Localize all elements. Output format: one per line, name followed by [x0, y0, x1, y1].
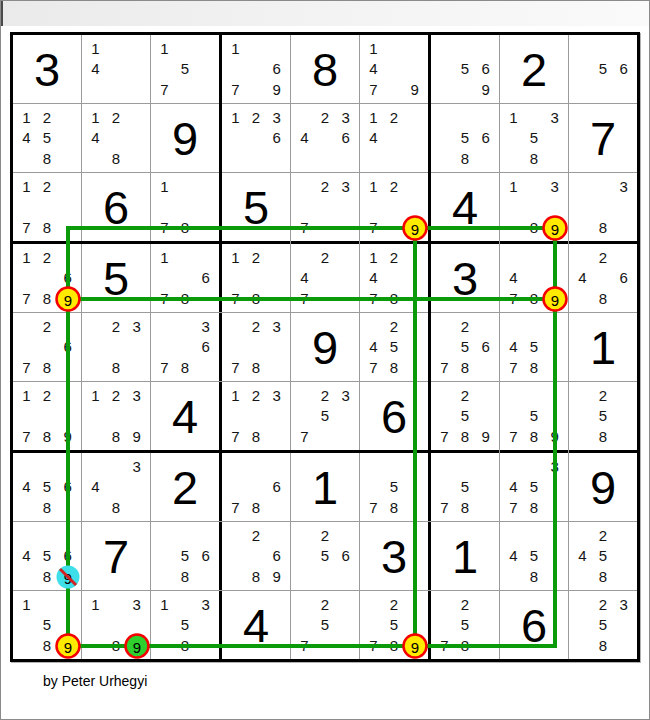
- candidate-3: 3: [126, 385, 147, 406]
- candidate-8: 8: [37, 288, 58, 309]
- cell-r8c6[interactable]: 3: [360, 522, 428, 590]
- cell-r3c5[interactable]: 237: [291, 173, 359, 241]
- candidate-grid: 1479: [360, 35, 428, 103]
- candidate-6: 6: [266, 546, 287, 567]
- candidate-9: 9: [544, 288, 565, 309]
- cell-r1c3[interactable]: 157: [151, 35, 219, 103]
- candidate-2: 2: [384, 176, 405, 197]
- cell-r2c4[interactable]: 1236: [222, 104, 290, 172]
- candidate-4: 4: [85, 128, 106, 149]
- cell-value: 2: [151, 453, 219, 521]
- candidate-5: 5: [593, 546, 614, 567]
- cell-value: 1: [569, 313, 637, 381]
- candidate-5: 5: [593, 615, 614, 636]
- cell-r1c9[interactable]: 56: [569, 35, 637, 103]
- candidate-2: 2: [246, 107, 267, 128]
- cell-r5c6[interactable]: 24578: [360, 313, 428, 381]
- cell-r6c4[interactable]: 12378: [222, 382, 290, 450]
- candidate-8: 8: [524, 288, 545, 309]
- candidate-9: 9: [266, 79, 287, 100]
- candidate-2: 2: [593, 247, 614, 268]
- candidate-5: 5: [524, 477, 545, 498]
- candidate-5: 5: [37, 477, 58, 498]
- cell-r5c7[interactable]: 25678: [431, 313, 499, 381]
- candidate-5: 5: [455, 128, 476, 149]
- candidate-grid: 34578: [500, 453, 568, 521]
- cell-r6c1[interactable]: 12789: [13, 382, 81, 450]
- candidate-grid: 1248: [82, 104, 150, 172]
- candidate-2: 2: [106, 385, 127, 406]
- candidate-8: 8: [37, 148, 58, 169]
- cell-r5c1[interactable]: 2678: [13, 313, 81, 381]
- cell-r3c4[interactable]: 5: [222, 173, 290, 241]
- candidate-grid: 1589: [13, 591, 81, 659]
- cell-r6c6[interactable]: 6: [360, 382, 428, 450]
- cell-r6c9[interactable]: 258: [569, 382, 637, 450]
- candidate-3: 3: [266, 316, 287, 337]
- candidate-1: 1: [225, 385, 246, 406]
- candidate-grid: 2357: [291, 382, 359, 450]
- candidate-9: 9: [475, 79, 496, 100]
- candidate-9: 9: [404, 217, 425, 238]
- candidate-grid: 458: [500, 522, 568, 590]
- candidate-grid: 45689: [13, 522, 81, 590]
- candidate-grid: 2578: [431, 591, 499, 659]
- cell-r3c1[interactable]: 1278: [13, 173, 81, 241]
- cell-r1c4[interactable]: 1679: [222, 35, 290, 103]
- candidate-grid: 2458: [569, 522, 637, 590]
- candidate-8: 8: [455, 497, 476, 518]
- cell-r7c2[interactable]: 348: [82, 453, 150, 521]
- cell-r5c5[interactable]: 9: [291, 313, 359, 381]
- cell-value: 5: [222, 173, 290, 241]
- candidate-8: 8: [175, 217, 196, 238]
- candidate-grid: 56: [569, 35, 637, 103]
- candidate-5: 5: [175, 59, 196, 80]
- cell-r6c8[interactable]: 5789: [500, 382, 568, 450]
- candidate-7: 7: [363, 79, 384, 100]
- candidate-grid: 12789: [13, 382, 81, 450]
- candidate-5: 5: [455, 59, 476, 80]
- candidate-grid: 1236: [222, 104, 290, 172]
- candidate-3: 3: [195, 316, 216, 337]
- candidate-7: 7: [503, 288, 524, 309]
- cell-value: 6: [360, 382, 428, 450]
- candidate-grid: 12389: [82, 382, 150, 450]
- candidate-7: 7: [503, 497, 524, 518]
- candidate-4: 4: [16, 128, 37, 149]
- candidate-7: 7: [16, 357, 37, 378]
- cell-r4c4[interactable]: 1278: [222, 244, 290, 312]
- cell-value: 3: [431, 244, 499, 312]
- candidate-2: 2: [593, 385, 614, 406]
- candidate-grid: 1389: [82, 591, 150, 659]
- candidate-1: 1: [16, 385, 37, 406]
- candidate-8: 8: [37, 357, 58, 378]
- cell-value: 9: [291, 313, 359, 381]
- cell-r3c6[interactable]: 1279: [360, 173, 428, 241]
- candidate-8: 8: [593, 566, 614, 587]
- candidate-8: 8: [455, 426, 476, 447]
- candidate-4: 4: [503, 268, 524, 289]
- candidate-6: 6: [335, 546, 356, 567]
- cell-r7c7[interactable]: 578: [431, 453, 499, 521]
- candidate-6: 6: [266, 128, 287, 149]
- candidate-grid: 38: [569, 173, 637, 241]
- candidate-7: 7: [363, 357, 384, 378]
- candidate-7: 7: [225, 357, 246, 378]
- candidate-3: 3: [266, 385, 287, 406]
- cell-r7c3[interactable]: 2: [151, 453, 219, 521]
- candidate-5: 5: [455, 337, 476, 358]
- candidate-6: 6: [195, 268, 216, 289]
- candidate-grid: 3678: [151, 313, 219, 381]
- cell-r8c3[interactable]: 568: [151, 522, 219, 590]
- candidate-7: 7: [225, 288, 246, 309]
- candidate-grid: 238: [82, 313, 150, 381]
- cell-r6c2[interactable]: 12389: [82, 382, 150, 450]
- candidate-7: 7: [225, 426, 246, 447]
- cell-r5c3[interactable]: 3678: [151, 313, 219, 381]
- candidate-grid: 12478: [360, 244, 428, 312]
- cell-r9c2[interactable]: 1389: [82, 591, 150, 659]
- candidate-7: 7: [16, 426, 37, 447]
- cell-r9c8[interactable]: 6: [500, 591, 568, 659]
- candidate-1: 1: [363, 176, 384, 197]
- candidate-5: 5: [524, 406, 545, 427]
- candidate-grid: 126789: [13, 244, 81, 312]
- candidate-1: 1: [16, 176, 37, 197]
- candidate-8: 8: [106, 635, 127, 656]
- candidate-8: 8: [106, 148, 127, 169]
- cell-r3c3[interactable]: 178: [151, 173, 219, 241]
- candidate-8: 8: [246, 566, 267, 587]
- cell-r5c8[interactable]: 4578: [500, 313, 568, 381]
- candidate-6: 6: [195, 546, 216, 567]
- candidate-1: 1: [503, 176, 524, 197]
- candidate-9: 9: [126, 635, 147, 656]
- candidate-2: 2: [37, 107, 58, 128]
- candidate-7: 7: [363, 288, 384, 309]
- candidate-7: 7: [434, 635, 455, 656]
- candidate-9: 9: [544, 426, 565, 447]
- candidate-2: 2: [37, 316, 58, 337]
- cell-r5c4[interactable]: 2378: [222, 313, 290, 381]
- cell-r7c9[interactable]: 9: [569, 453, 637, 521]
- cell-r4c9[interactable]: 2468: [569, 244, 637, 312]
- candidate-2: 2: [106, 316, 127, 337]
- candidate-grid: 124: [360, 104, 428, 172]
- cell-r7c5[interactable]: 1: [291, 453, 359, 521]
- candidate-9: 9: [126, 426, 147, 447]
- candidate-7: 7: [225, 497, 246, 518]
- candidate-8: 8: [455, 148, 476, 169]
- cell-r9c4[interactable]: 4: [222, 591, 290, 659]
- cell-r9c6[interactable]: 25789: [360, 591, 428, 659]
- candidate-1: 1: [225, 247, 246, 268]
- candidate-2: 2: [315, 525, 336, 546]
- candidate-1: 1: [225, 38, 246, 59]
- cell-r7c6[interactable]: 578: [360, 453, 428, 521]
- candidate-1: 1: [16, 594, 37, 615]
- candidate-grid: 1279: [360, 173, 428, 241]
- candidate-8: 8: [246, 288, 267, 309]
- cell-r8c2[interactable]: 7: [82, 522, 150, 590]
- candidate-2: 2: [37, 247, 58, 268]
- candidate-3: 3: [266, 107, 287, 128]
- cell-r6c3[interactable]: 4: [151, 382, 219, 450]
- candidate-2: 2: [37, 385, 58, 406]
- cell-r1c1[interactable]: 3: [13, 35, 81, 103]
- candidate-8: 8: [175, 288, 196, 309]
- cell-r2c7[interactable]: 568: [431, 104, 499, 172]
- cell-r4c3[interactable]: 1678: [151, 244, 219, 312]
- cell-r8c8[interactable]: 458: [500, 522, 568, 590]
- candidate-4: 4: [503, 546, 524, 567]
- cell-value: 2: [500, 35, 568, 103]
- top-bar: [1, 1, 649, 26]
- candidate-6: 6: [475, 128, 496, 149]
- cell-r7c4[interactable]: 678: [222, 453, 290, 521]
- candidate-5: 5: [593, 406, 614, 427]
- candidate-5: 5: [384, 337, 405, 358]
- candidate-1: 1: [154, 38, 175, 59]
- candidate-grid: 2468: [569, 244, 637, 312]
- cell-r1c2[interactable]: 14: [82, 35, 150, 103]
- cell-r8c1[interactable]: 45689: [13, 522, 81, 590]
- candidate-6: 6: [57, 337, 78, 358]
- candidate-2: 2: [455, 385, 476, 406]
- cell-r2c5[interactable]: 2346: [291, 104, 359, 172]
- candidate-grid: 5789: [500, 382, 568, 450]
- candidate-8: 8: [37, 635, 58, 656]
- candidate-4: 4: [363, 268, 384, 289]
- candidate-5: 5: [315, 406, 336, 427]
- candidate-7: 7: [363, 497, 384, 518]
- candidate-grid: 1358: [151, 591, 219, 659]
- candidate-2: 2: [315, 176, 336, 197]
- candidate-8: 8: [37, 497, 58, 518]
- candidate-2: 2: [384, 107, 405, 128]
- cell-r5c9[interactable]: 1: [569, 313, 637, 381]
- cell-r2c2[interactable]: 1248: [82, 104, 150, 172]
- candidate-9: 9: [404, 635, 425, 656]
- credit-text: by Peter Urhegyi: [43, 673, 147, 689]
- candidate-grid: 1358: [500, 104, 568, 172]
- candidate-7: 7: [363, 635, 384, 656]
- candidate-1: 1: [85, 107, 106, 128]
- candidate-6: 6: [266, 59, 287, 80]
- candidate-9: 9: [404, 79, 425, 100]
- candidate-5: 5: [315, 546, 336, 567]
- candidate-8: 8: [246, 426, 267, 447]
- candidate-9: 9: [544, 217, 565, 238]
- candidate-5: 5: [37, 128, 58, 149]
- candidate-4: 4: [85, 59, 106, 80]
- candidate-3: 3: [544, 107, 565, 128]
- candidate-grid: 678: [222, 453, 290, 521]
- candidate-2: 2: [593, 525, 614, 546]
- cell-value: 6: [82, 173, 150, 241]
- candidate-3: 3: [126, 594, 147, 615]
- candidate-8: 8: [524, 148, 545, 169]
- candidate-5: 5: [175, 546, 196, 567]
- candidate-grid: 2689: [222, 522, 290, 590]
- cell-r9c5[interactable]: 257: [291, 591, 359, 659]
- cell-r5c2[interactable]: 238: [82, 313, 150, 381]
- candidate-4: 4: [503, 477, 524, 498]
- cell-r4c6[interactable]: 12478: [360, 244, 428, 312]
- cell-r2c3[interactable]: 9: [151, 104, 219, 172]
- candidate-2: 2: [315, 247, 336, 268]
- cell-r9c3[interactable]: 1358: [151, 591, 219, 659]
- candidate-grid: 4578: [500, 313, 568, 381]
- candidate-8: 8: [175, 635, 196, 656]
- candidate-4: 4: [16, 477, 37, 498]
- cell-r9c9[interactable]: 2358: [569, 591, 637, 659]
- candidate-3: 3: [126, 456, 147, 477]
- cell-r7c8[interactable]: 34578: [500, 453, 568, 521]
- candidate-grid: 256: [291, 522, 359, 590]
- candidate-2: 2: [455, 316, 476, 337]
- candidate-grid: 568: [431, 104, 499, 172]
- candidate-5: 5: [37, 546, 58, 567]
- candidate-7: 7: [434, 357, 455, 378]
- cell-r3c2[interactable]: 6: [82, 173, 150, 241]
- candidate-grid: 25789: [431, 382, 499, 450]
- candidate-8: 8: [524, 497, 545, 518]
- candidate-5: 5: [37, 615, 58, 636]
- candidate-1: 1: [154, 176, 175, 197]
- cell-r3c8[interactable]: 1389: [500, 173, 568, 241]
- candidate-5: 5: [175, 615, 196, 636]
- candidate-grid: 24578: [360, 313, 428, 381]
- cell-value: 7: [569, 104, 637, 172]
- candidate-1: 1: [363, 247, 384, 268]
- candidate-grid: 4568: [13, 453, 81, 521]
- candidate-8: 8: [37, 566, 58, 587]
- cell-value: 1: [431, 522, 499, 590]
- candidate-grid: 4789: [500, 244, 568, 312]
- cell-r3c7[interactable]: 4: [431, 173, 499, 241]
- candidate-grid: 258: [569, 382, 637, 450]
- cell-r4c1[interactable]: 126789: [13, 244, 81, 312]
- cell-r3c9[interactable]: 38: [569, 173, 637, 241]
- cell-r8c7[interactable]: 1: [431, 522, 499, 590]
- candidate-1: 1: [85, 38, 106, 59]
- cell-r6c7[interactable]: 25789: [431, 382, 499, 450]
- candidate-grid: 1679: [222, 35, 290, 103]
- candidate-4: 4: [503, 337, 524, 358]
- cell-r2c9[interactable]: 7: [569, 104, 637, 172]
- cell-r6c5[interactable]: 2357: [291, 382, 359, 450]
- candidate-grid: 1389: [500, 173, 568, 241]
- cell-r4c2[interactable]: 5: [82, 244, 150, 312]
- candidate-9: 9: [475, 426, 496, 447]
- candidate-2: 2: [315, 594, 336, 615]
- candidate-6: 6: [266, 477, 287, 498]
- cell-r4c8[interactable]: 4789: [500, 244, 568, 312]
- candidate-grid: 569: [431, 35, 499, 103]
- candidate-grid: 2346: [291, 104, 359, 172]
- candidate-grid: 2678: [13, 313, 81, 381]
- candidate-2: 2: [246, 385, 267, 406]
- candidate-7: 7: [16, 288, 37, 309]
- cell-r1c5[interactable]: 8: [291, 35, 359, 103]
- candidate-1: 1: [16, 107, 37, 128]
- candidate-1: 1: [16, 247, 37, 268]
- candidate-6: 6: [57, 477, 78, 498]
- cell-r1c8[interactable]: 2: [500, 35, 568, 103]
- candidate-3: 3: [335, 176, 356, 197]
- candidate-grid: 2358: [569, 591, 637, 659]
- candidate-grid: 25789: [360, 591, 428, 659]
- candidate-3: 3: [126, 316, 147, 337]
- candidate-1: 1: [503, 107, 524, 128]
- candidate-grid: 568: [151, 522, 219, 590]
- cell-r8c9[interactable]: 2458: [569, 522, 637, 590]
- candidate-7: 7: [154, 288, 175, 309]
- candidate-5: 5: [384, 477, 405, 498]
- candidate-7: 7: [434, 426, 455, 447]
- candidate-9: 9: [57, 426, 78, 447]
- candidate-8: 8: [524, 217, 545, 238]
- page-frame: 99999999 3141571679814795692561245812489…: [0, 0, 650, 720]
- cell-r8c4[interactable]: 2689: [222, 522, 290, 590]
- candidate-8: 8: [37, 426, 58, 447]
- cell-r4c5[interactable]: 247: [291, 244, 359, 312]
- candidate-7: 7: [363, 217, 384, 238]
- candidate-8: 8: [593, 426, 614, 447]
- candidate-grid: 157: [151, 35, 219, 103]
- candidate-grid: 12378: [222, 382, 290, 450]
- candidate-5: 5: [315, 615, 336, 636]
- candidate-2: 2: [37, 176, 58, 197]
- candidate-6: 6: [475, 337, 496, 358]
- candidate-grid: 257: [291, 591, 359, 659]
- candidate-7: 7: [294, 635, 315, 656]
- candidate-2: 2: [455, 594, 476, 615]
- cell-r7c1[interactable]: 4568: [13, 453, 81, 521]
- candidate-1: 1: [154, 594, 175, 615]
- candidate-5: 5: [455, 477, 476, 498]
- candidate-4: 4: [363, 128, 384, 149]
- candidate-grid: 14: [82, 35, 150, 103]
- cell-r8c5[interactable]: 256: [291, 522, 359, 590]
- candidate-2: 2: [246, 525, 267, 546]
- candidate-8: 8: [593, 288, 614, 309]
- cell-r2c1[interactable]: 12458: [13, 104, 81, 172]
- candidate-6: 6: [613, 268, 634, 289]
- candidate-grid: 237: [291, 173, 359, 241]
- candidate-7: 7: [294, 288, 315, 309]
- cell-r1c6[interactable]: 1479: [360, 35, 428, 103]
- candidate-8: 8: [37, 217, 58, 238]
- candidate-7: 7: [225, 79, 246, 100]
- cell-r1c7[interactable]: 569: [431, 35, 499, 103]
- cell-r9c7[interactable]: 2578: [431, 591, 499, 659]
- candidate-grid: 1278: [13, 173, 81, 241]
- candidate-2: 2: [384, 316, 405, 337]
- cell-r2c6[interactable]: 124: [360, 104, 428, 172]
- cell-r2c8[interactable]: 1358: [500, 104, 568, 172]
- cell-r9c1[interactable]: 1589: [13, 591, 81, 659]
- candidate-4: 4: [16, 546, 37, 567]
- candidate-8: 8: [455, 357, 476, 378]
- cell-r4c7[interactable]: 3: [431, 244, 499, 312]
- candidate-4: 4: [294, 268, 315, 289]
- candidate-8: 8: [384, 635, 405, 656]
